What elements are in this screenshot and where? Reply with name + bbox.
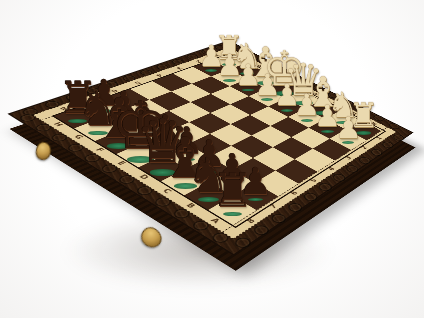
piece-black-rook-a8[interactable]: ♜ xyxy=(209,167,255,213)
piece-white-pawn-a2[interactable]: ♟ xyxy=(333,113,363,143)
chess-set-photo: HH88GG77FF66EE55DD44CC33BB22AA11 ♜♞♝♛♚♝♞… xyxy=(0,0,424,318)
